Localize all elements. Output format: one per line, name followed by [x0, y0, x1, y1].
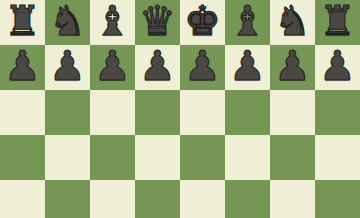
square-e4[interactable] [180, 180, 225, 218]
piece-black-rook[interactable]: ♜ [319, 0, 356, 44]
square-a5[interactable] [0, 135, 45, 180]
square-b8[interactable]: ♞ [45, 0, 90, 45]
square-g7[interactable]: ♟ [270, 45, 315, 90]
piece-black-pawn[interactable]: ♟ [49, 44, 86, 89]
piece-black-pawn[interactable]: ♟ [4, 44, 41, 89]
chess-app-viewport: ♜♞♝♛♚♝♞♜♟♟♟♟♟♟♟♟ [0, 0, 360, 218]
square-g6[interactable] [270, 90, 315, 135]
square-f7[interactable]: ♟ [225, 45, 270, 90]
square-h5[interactable] [315, 135, 360, 180]
square-h8[interactable]: ♜ [315, 0, 360, 45]
square-f5[interactable] [225, 135, 270, 180]
square-c7[interactable]: ♟ [90, 45, 135, 90]
piece-black-rook[interactable]: ♜ [4, 0, 41, 44]
square-e6[interactable] [180, 90, 225, 135]
square-b5[interactable] [45, 135, 90, 180]
square-d7[interactable]: ♟ [135, 45, 180, 90]
square-g8[interactable]: ♞ [270, 0, 315, 45]
square-e7[interactable]: ♟ [180, 45, 225, 90]
square-h7[interactable]: ♟ [315, 45, 360, 90]
piece-black-pawn[interactable]: ♟ [229, 44, 266, 89]
square-c4[interactable] [90, 180, 135, 218]
square-f6[interactable] [225, 90, 270, 135]
square-c8[interactable]: ♝ [90, 0, 135, 45]
square-h6[interactable] [315, 90, 360, 135]
chess-board: ♜♞♝♛♚♝♞♜♟♟♟♟♟♟♟♟ [0, 0, 360, 218]
piece-black-pawn[interactable]: ♟ [274, 44, 311, 89]
square-c6[interactable] [90, 90, 135, 135]
piece-black-pawn[interactable]: ♟ [94, 44, 131, 89]
square-b7[interactable]: ♟ [45, 45, 90, 90]
square-c5[interactable] [90, 135, 135, 180]
piece-black-queen[interactable]: ♛ [139, 0, 176, 44]
piece-black-king[interactable]: ♚ [184, 0, 221, 44]
square-a4[interactable] [0, 180, 45, 218]
piece-black-bishop[interactable]: ♝ [94, 0, 131, 44]
square-f4[interactable] [225, 180, 270, 218]
square-h4[interactable] [315, 180, 360, 218]
piece-black-bishop[interactable]: ♝ [229, 0, 266, 44]
piece-black-knight[interactable]: ♞ [49, 0, 86, 44]
square-d5[interactable] [135, 135, 180, 180]
square-a6[interactable] [0, 90, 45, 135]
square-a7[interactable]: ♟ [0, 45, 45, 90]
piece-black-knight[interactable]: ♞ [274, 0, 311, 44]
piece-black-pawn[interactable]: ♟ [184, 44, 221, 89]
square-d6[interactable] [135, 90, 180, 135]
square-g4[interactable] [270, 180, 315, 218]
square-a8[interactable]: ♜ [0, 0, 45, 45]
square-g5[interactable] [270, 135, 315, 180]
square-e8[interactable]: ♚ [180, 0, 225, 45]
square-d4[interactable] [135, 180, 180, 218]
square-f8[interactable]: ♝ [225, 0, 270, 45]
piece-black-pawn[interactable]: ♟ [319, 44, 356, 89]
square-b6[interactable] [45, 90, 90, 135]
square-b4[interactable] [45, 180, 90, 218]
piece-black-pawn[interactable]: ♟ [139, 44, 176, 89]
square-d8[interactable]: ♛ [135, 0, 180, 45]
square-e5[interactable] [180, 135, 225, 180]
